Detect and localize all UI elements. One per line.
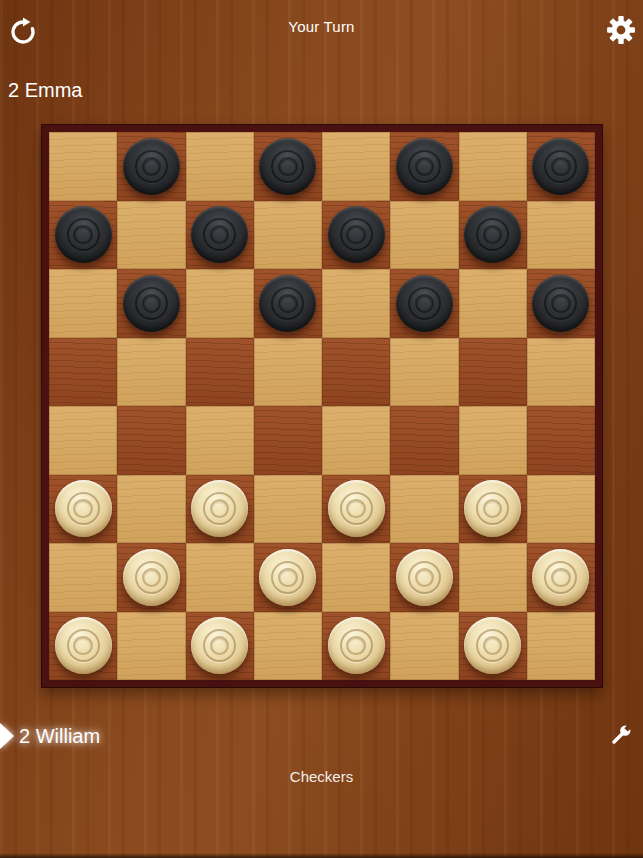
square-g6[interactable] bbox=[459, 269, 527, 338]
square-e3[interactable] bbox=[322, 475, 390, 544]
white-checker[interactable] bbox=[396, 549, 453, 606]
square-c4[interactable] bbox=[186, 406, 254, 475]
square-g7[interactable] bbox=[459, 201, 527, 270]
white-checker[interactable] bbox=[532, 549, 589, 606]
square-d7[interactable] bbox=[254, 201, 322, 270]
square-b3[interactable] bbox=[117, 475, 185, 544]
square-b4[interactable] bbox=[117, 406, 185, 475]
tools-button[interactable] bbox=[607, 721, 635, 749]
square-e6[interactable] bbox=[322, 269, 390, 338]
square-d8[interactable] bbox=[254, 132, 322, 201]
black-checker[interactable] bbox=[396, 138, 453, 195]
black-checker[interactable] bbox=[396, 275, 453, 332]
square-b2[interactable] bbox=[117, 543, 185, 612]
square-h1[interactable] bbox=[527, 612, 595, 681]
player-label-top: 2 Emma bbox=[8, 79, 82, 102]
square-f8[interactable] bbox=[390, 132, 458, 201]
square-f2[interactable] bbox=[390, 543, 458, 612]
square-h6[interactable] bbox=[527, 269, 595, 338]
square-h2[interactable] bbox=[527, 543, 595, 612]
black-checker[interactable] bbox=[532, 138, 589, 195]
square-a2[interactable] bbox=[49, 543, 117, 612]
white-checker[interactable] bbox=[464, 617, 521, 674]
black-checker[interactable] bbox=[328, 206, 385, 263]
square-c1[interactable] bbox=[186, 612, 254, 681]
square-d3[interactable] bbox=[254, 475, 322, 544]
square-b1[interactable] bbox=[117, 612, 185, 681]
white-checker[interactable] bbox=[191, 480, 248, 537]
black-checker[interactable] bbox=[532, 275, 589, 332]
turn-indicator-arrow-icon bbox=[0, 722, 16, 750]
app-name: Checkers bbox=[0, 768, 643, 785]
square-f3[interactable] bbox=[390, 475, 458, 544]
square-e2[interactable] bbox=[322, 543, 390, 612]
square-f4[interactable] bbox=[390, 406, 458, 475]
square-a4[interactable] bbox=[49, 406, 117, 475]
black-checker[interactable] bbox=[259, 275, 316, 332]
white-checker[interactable] bbox=[328, 480, 385, 537]
black-checker[interactable] bbox=[123, 138, 180, 195]
gear-icon bbox=[606, 15, 636, 45]
square-f1[interactable] bbox=[390, 612, 458, 681]
square-e5[interactable] bbox=[322, 338, 390, 407]
square-c5[interactable] bbox=[186, 338, 254, 407]
square-f6[interactable] bbox=[390, 269, 458, 338]
square-g2[interactable] bbox=[459, 543, 527, 612]
board bbox=[42, 125, 602, 687]
turn-status-text: Your Turn bbox=[0, 18, 643, 35]
square-g5[interactable] bbox=[459, 338, 527, 407]
square-a8[interactable] bbox=[49, 132, 117, 201]
black-checker[interactable] bbox=[464, 206, 521, 263]
square-d6[interactable] bbox=[254, 269, 322, 338]
square-g3[interactable] bbox=[459, 475, 527, 544]
square-e8[interactable] bbox=[322, 132, 390, 201]
square-d2[interactable] bbox=[254, 543, 322, 612]
settings-button[interactable] bbox=[606, 15, 636, 45]
table-edge-shadow bbox=[0, 853, 643, 858]
square-e1[interactable] bbox=[322, 612, 390, 681]
white-checker[interactable] bbox=[55, 617, 112, 674]
square-f7[interactable] bbox=[390, 201, 458, 270]
square-g1[interactable] bbox=[459, 612, 527, 681]
square-h8[interactable] bbox=[527, 132, 595, 201]
board-grid bbox=[49, 132, 595, 680]
square-d1[interactable] bbox=[254, 612, 322, 681]
square-h5[interactable] bbox=[527, 338, 595, 407]
square-a1[interactable] bbox=[49, 612, 117, 681]
square-a6[interactable] bbox=[49, 269, 117, 338]
square-c2[interactable] bbox=[186, 543, 254, 612]
black-checker[interactable] bbox=[123, 275, 180, 332]
square-a5[interactable] bbox=[49, 338, 117, 407]
square-h4[interactable] bbox=[527, 406, 595, 475]
square-b5[interactable] bbox=[117, 338, 185, 407]
square-g4[interactable] bbox=[459, 406, 527, 475]
square-h7[interactable] bbox=[527, 201, 595, 270]
white-checker[interactable] bbox=[191, 617, 248, 674]
square-b8[interactable] bbox=[117, 132, 185, 201]
white-checker[interactable] bbox=[259, 549, 316, 606]
square-d4[interactable] bbox=[254, 406, 322, 475]
square-c3[interactable] bbox=[186, 475, 254, 544]
wrench-icon bbox=[607, 721, 635, 749]
white-checker[interactable] bbox=[464, 480, 521, 537]
square-e7[interactable] bbox=[322, 201, 390, 270]
square-b7[interactable] bbox=[117, 201, 185, 270]
black-checker[interactable] bbox=[55, 206, 112, 263]
square-f5[interactable] bbox=[390, 338, 458, 407]
black-checker[interactable] bbox=[259, 138, 316, 195]
square-d5[interactable] bbox=[254, 338, 322, 407]
square-c6[interactable] bbox=[186, 269, 254, 338]
square-g8[interactable] bbox=[459, 132, 527, 201]
square-b6[interactable] bbox=[117, 269, 185, 338]
square-a7[interactable] bbox=[49, 201, 117, 270]
player-label-bottom: 2 William bbox=[19, 725, 100, 748]
white-checker[interactable] bbox=[328, 617, 385, 674]
white-checker[interactable] bbox=[123, 549, 180, 606]
square-c8[interactable] bbox=[186, 132, 254, 201]
square-a3[interactable] bbox=[49, 475, 117, 544]
square-c7[interactable] bbox=[186, 201, 254, 270]
white-checker[interactable] bbox=[55, 480, 112, 537]
square-h3[interactable] bbox=[527, 475, 595, 544]
black-checker[interactable] bbox=[191, 206, 248, 263]
square-e4[interactable] bbox=[322, 406, 390, 475]
active-player-row: 2 William bbox=[0, 722, 100, 750]
